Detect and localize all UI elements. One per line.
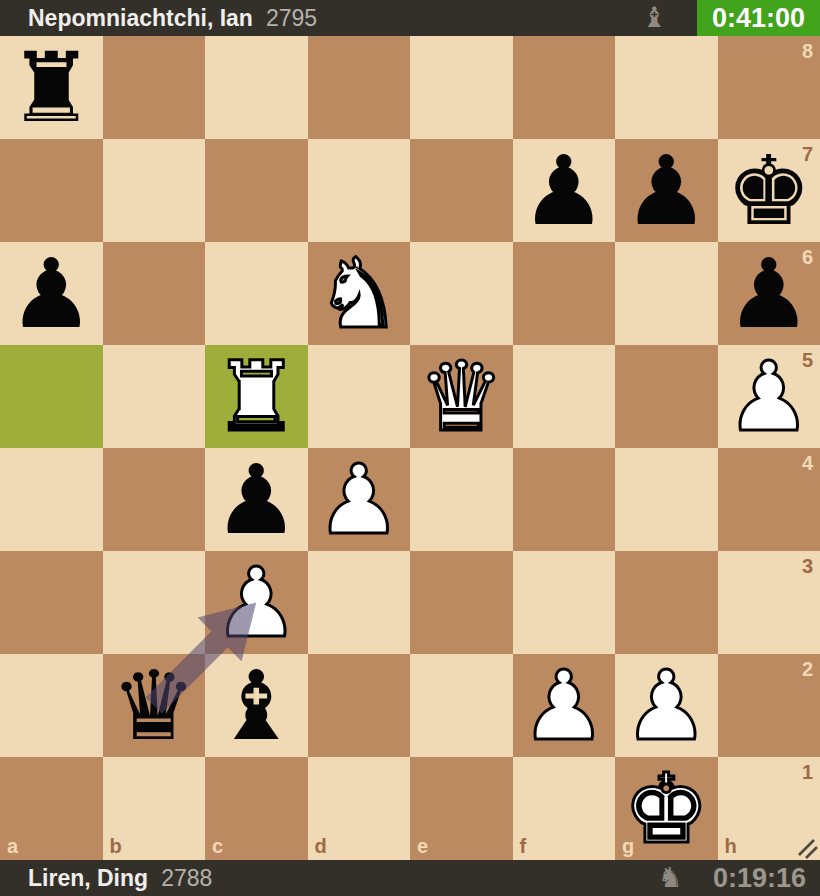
bottom-player-rating: 2788 <box>161 865 212 892</box>
square-b1[interactable]: b <box>103 757 206 860</box>
rank-label-6: 6 <box>802 247 813 267</box>
square-c2[interactable]: ♝ <box>205 654 308 757</box>
bishop-icon: ♝ <box>642 4 667 32</box>
file-label-a: a <box>7 836 18 856</box>
board-area: ♜8♟♟♚7♟♞♟6♜♛♟5♟♟4♟3♛♝♟♟2abcdef♚gh1 <box>0 36 820 860</box>
square-c8[interactable] <box>205 36 308 139</box>
black-pawn-c4[interactable]: ♟ <box>213 452 299 548</box>
white-pawn-c3[interactable]: ♟ <box>213 555 299 651</box>
square-d6[interactable]: ♞ <box>308 242 411 345</box>
square-a7[interactable] <box>0 139 103 242</box>
rank-label-3: 3 <box>802 556 813 576</box>
square-a1[interactable]: a <box>0 757 103 860</box>
square-h5[interactable]: ♟5 <box>718 345 820 448</box>
board: ♜8♟♟♚7♟♞♟6♜♛♟5♟♟4♟3♛♝♟♟2abcdef♚gh1 <box>0 36 820 860</box>
rank-label-4: 4 <box>802 453 813 473</box>
square-a8[interactable]: ♜ <box>0 36 103 139</box>
square-d2[interactable] <box>308 654 411 757</box>
white-pawn-g2[interactable]: ♟ <box>623 658 709 754</box>
file-label-h: h <box>725 836 737 856</box>
black-pawn-a6[interactable]: ♟ <box>8 246 94 342</box>
square-f2[interactable]: ♟ <box>513 654 616 757</box>
white-king-g1[interactable]: ♚ <box>623 761 709 857</box>
square-c4[interactable]: ♟ <box>205 448 308 551</box>
square-g4[interactable] <box>615 448 718 551</box>
square-d7[interactable] <box>308 139 411 242</box>
black-pawn-g7[interactable]: ♟ <box>623 143 709 239</box>
black-pawn-f7[interactable]: ♟ <box>521 143 607 239</box>
rank-label-5: 5 <box>802 350 813 370</box>
white-knight-d6[interactable]: ♞ <box>316 246 402 342</box>
square-c3[interactable]: ♟ <box>205 551 308 654</box>
square-f5[interactable] <box>513 345 616 448</box>
square-b3[interactable] <box>103 551 206 654</box>
square-f8[interactable] <box>513 36 616 139</box>
bottom-player-name: Liren, Ding <box>28 865 148 892</box>
square-g1[interactable]: ♚g <box>615 757 718 860</box>
square-c5[interactable]: ♜ <box>205 345 308 448</box>
square-d4[interactable]: ♟ <box>308 448 411 551</box>
square-b8[interactable] <box>103 36 206 139</box>
square-h2[interactable]: 2 <box>718 654 820 757</box>
square-f6[interactable] <box>513 242 616 345</box>
square-g6[interactable] <box>615 242 718 345</box>
square-g8[interactable] <box>615 36 718 139</box>
file-label-b: b <box>110 836 122 856</box>
square-h6[interactable]: ♟6 <box>718 242 820 345</box>
square-b6[interactable] <box>103 242 206 345</box>
square-g2[interactable]: ♟ <box>615 654 718 757</box>
square-b7[interactable] <box>103 139 206 242</box>
square-d1[interactable]: d <box>308 757 411 860</box>
white-pawn-h5[interactable]: ♟ <box>726 349 812 445</box>
file-label-d: d <box>315 836 327 856</box>
square-g5[interactable] <box>615 345 718 448</box>
bottom-player-clock: 0:19:16 <box>713 865 820 892</box>
top-player-rating: 2795 <box>266 5 317 32</box>
square-h4[interactable]: 4 <box>718 448 820 551</box>
square-d8[interactable] <box>308 36 411 139</box>
square-f7[interactable]: ♟ <box>513 139 616 242</box>
top-player-bar: Nepomniachtchi, Ian 2795 ♝ 0:41:00 <box>0 0 820 36</box>
rank-label-7: 7 <box>802 144 813 164</box>
square-f4[interactable] <box>513 448 616 551</box>
black-rook-a8[interactable]: ♜ <box>8 40 94 136</box>
file-label-f: f <box>520 836 527 856</box>
white-pawn-d4[interactable]: ♟ <box>316 452 402 548</box>
square-a4[interactable] <box>0 448 103 551</box>
square-c6[interactable] <box>205 242 308 345</box>
knight-icon: ♞ <box>658 864 683 892</box>
square-e2[interactable] <box>410 654 513 757</box>
square-a3[interactable] <box>0 551 103 654</box>
square-a6[interactable]: ♟ <box>0 242 103 345</box>
square-a2[interactable] <box>0 654 103 757</box>
black-queen-b2[interactable]: ♛ <box>111 658 197 754</box>
square-e4[interactable] <box>410 448 513 551</box>
board-resize-handle[interactable] <box>796 837 818 859</box>
file-label-c: c <box>212 836 223 856</box>
black-bishop-c2[interactable]: ♝ <box>213 658 299 754</box>
white-rook-c5[interactable]: ♜ <box>213 349 299 445</box>
file-label-e: e <box>417 836 428 856</box>
rank-label-1: 1 <box>802 762 813 782</box>
square-g3[interactable] <box>615 551 718 654</box>
square-h3[interactable]: 3 <box>718 551 820 654</box>
bottom-player-bar: Liren, Ding 2788 ♞ 0:19:16 <box>0 860 820 896</box>
square-h8[interactable]: 8 <box>718 36 820 139</box>
rank-label-2: 2 <box>802 659 813 679</box>
white-queen-e5[interactable]: ♛ <box>418 349 504 445</box>
top-player-clock: 0:41:00 <box>697 0 820 36</box>
black-pawn-h6[interactable]: ♟ <box>726 246 812 342</box>
rank-label-8: 8 <box>802 41 813 61</box>
square-e5[interactable]: ♛ <box>410 345 513 448</box>
square-c7[interactable] <box>205 139 308 242</box>
square-d5[interactable] <box>308 345 411 448</box>
square-e1[interactable]: e <box>410 757 513 860</box>
square-a5[interactable] <box>0 345 103 448</box>
square-b4[interactable] <box>103 448 206 551</box>
square-e3[interactable] <box>410 551 513 654</box>
square-e8[interactable] <box>410 36 513 139</box>
square-b2[interactable]: ♛ <box>103 654 206 757</box>
square-d3[interactable] <box>308 551 411 654</box>
file-label-g: g <box>622 836 634 856</box>
square-e7[interactable] <box>410 139 513 242</box>
square-f1[interactable]: f <box>513 757 616 860</box>
black-king-h7[interactable]: ♚ <box>726 143 812 239</box>
top-player-name: Nepomniachtchi, Ian <box>28 5 253 32</box>
square-f3[interactable] <box>513 551 616 654</box>
square-h7[interactable]: ♚7 <box>718 139 820 242</box>
square-e6[interactable] <box>410 242 513 345</box>
white-pawn-f2[interactable]: ♟ <box>521 658 607 754</box>
square-b5[interactable] <box>103 345 206 448</box>
square-c1[interactable]: c <box>205 757 308 860</box>
square-g7[interactable]: ♟ <box>615 139 718 242</box>
